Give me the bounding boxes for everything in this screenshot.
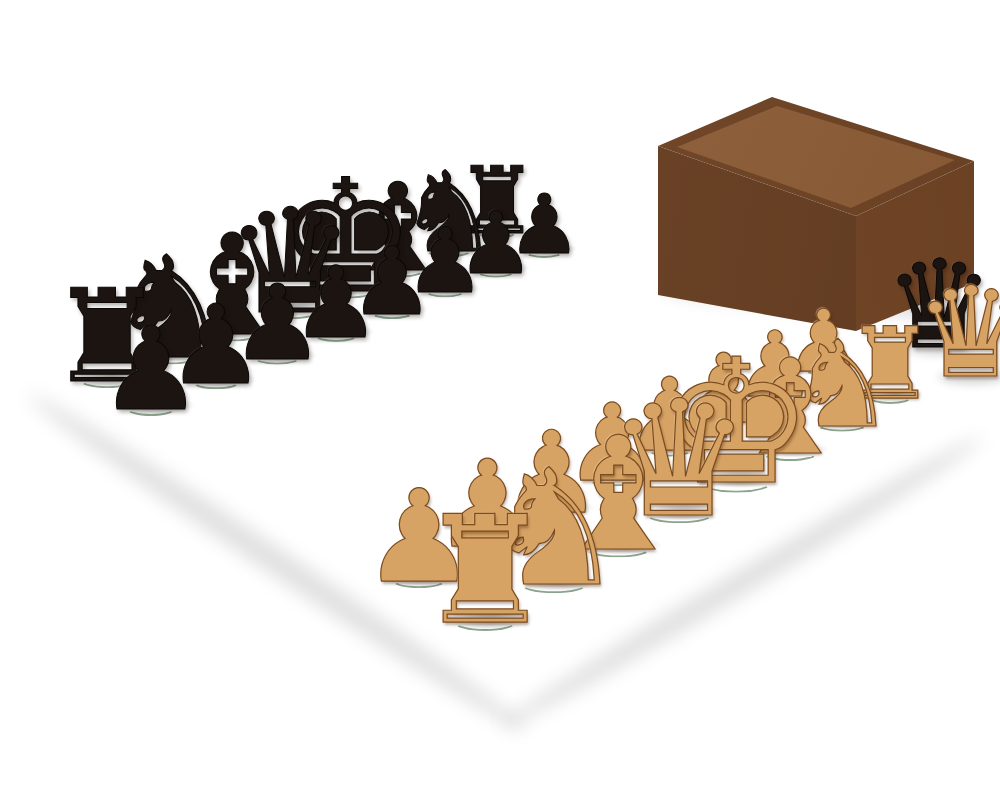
piece-black-pawn-a7: ♟: [99, 312, 202, 427]
piece-white-rook-a1: ♜: [418, 497, 552, 646]
pieces-layer: ♜♞♝♛♚♝♞♜♟♟♟♟♟♟♟♟♟♟♟♟♟♟♟♟♜♞♝♛♚♝♞♜♛♛: [0, 0, 1000, 800]
chess-set-scene: ♜♞♝♛♚♝♞♜♟♟♟♟♟♟♟♟♟♟♟♟♟♟♟♟♜♞♝♛♚♝♞♜♛♛: [0, 0, 1000, 800]
